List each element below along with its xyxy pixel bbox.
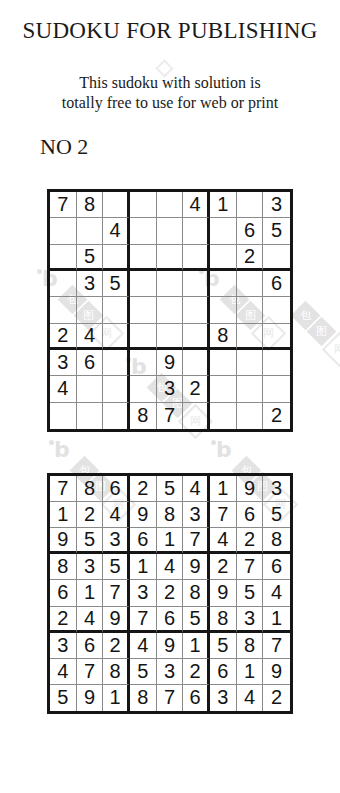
puzzle-cell-r3c9	[263, 245, 290, 271]
solution-cell-r5c7: 9	[210, 580, 237, 606]
puzzle-cell-r3c2: 5	[77, 245, 104, 271]
puzzle-cell-r9c6	[183, 403, 210, 429]
solution-cell-r2c5: 8	[157, 502, 184, 528]
puzzle-cell-r3c5	[157, 245, 184, 271]
puzzle-cell-r3c8: 2	[237, 245, 264, 271]
solution-cell-r5c1: 6	[50, 580, 77, 606]
solution-cell-r4c9: 6	[263, 554, 290, 580]
solution-cell-r8c1: 4	[50, 659, 77, 685]
puzzle-cell-r6c3	[103, 324, 130, 350]
watermark-tile-glyph: 网	[334, 342, 340, 357]
solution-cell-r4c3: 5	[103, 554, 130, 580]
puzzle-cell-r1c5	[157, 192, 184, 218]
solution-cell-r5c5: 2	[157, 580, 184, 606]
puzzle-cell-r8c8	[237, 376, 264, 402]
puzzle-cell-r1c4	[130, 192, 157, 218]
puzzle-cell-r5c2	[77, 297, 104, 323]
solution-cell-r7c8: 8	[237, 633, 264, 659]
puzzle-cell-r5c7	[210, 297, 237, 323]
solution-cell-r4c8: 7	[237, 554, 264, 580]
puzzle-cell-r8c2	[77, 376, 104, 402]
solution-cell-r3c9: 8	[263, 528, 290, 554]
puzzle-cell-r5c3	[103, 297, 130, 323]
solution-cell-r4c2: 3	[77, 554, 104, 580]
solution-cell-r1c2: 8	[77, 476, 104, 502]
puzzle-cell-r4c7	[210, 271, 237, 297]
page-title: SUDOKU FOR PUBLISHING	[0, 18, 340, 44]
solution-cell-r7c7: 5	[210, 633, 237, 659]
solution-cell-r3c6: 7	[183, 528, 210, 554]
puzzle-cell-r9c3	[103, 403, 130, 429]
solution-cell-r8c7: 6	[210, 659, 237, 685]
puzzle-cell-r6c6	[183, 324, 210, 350]
puzzle-cell-r6c8	[237, 324, 264, 350]
solution-cell-r6c7: 8	[210, 607, 237, 633]
puzzle-cell-r7c4	[130, 350, 157, 376]
puzzle-cell-r6c7: 8	[210, 324, 237, 350]
subtitle-line2: totally free to use for web or print	[62, 94, 278, 111]
puzzle-cell-r8c7	[210, 376, 237, 402]
solution-cell-r3c4: 6	[130, 528, 157, 554]
puzzle-cell-r7c9	[263, 350, 290, 376]
solution-cell-r8c4: 5	[130, 659, 157, 685]
puzzle-cell-r1c9: 3	[263, 192, 290, 218]
solution-cell-r4c4: 1	[130, 554, 157, 580]
puzzle-cell-r9c9: 2	[263, 403, 290, 429]
solution-cell-r4c6: 9	[183, 554, 210, 580]
puzzle-cell-r7c7	[210, 350, 237, 376]
puzzle-cell-r8c9	[263, 376, 290, 402]
puzzle-cell-r7c8	[237, 350, 264, 376]
solution-cell-r5c6: 8	[183, 580, 210, 606]
puzzle-cell-r4c4	[130, 271, 157, 297]
solution-cell-r2c8: 6	[237, 502, 264, 528]
puzzle-cell-r1c2: 8	[77, 192, 104, 218]
solution-cell-r8c8: 1	[237, 659, 264, 685]
solution-cell-r3c5: 1	[157, 528, 184, 554]
puzzle-cell-r9c5: 7	[157, 403, 184, 429]
puzzle-cell-r1c7: 1	[210, 192, 237, 218]
solution-cell-r7c6: 1	[183, 633, 210, 659]
solution-cell-r2c6: 3	[183, 502, 210, 528]
solution-cell-r8c2: 7	[77, 659, 104, 685]
puzzle-cell-r7c5: 9	[157, 350, 184, 376]
puzzle-cell-r4c8	[237, 271, 264, 297]
puzzle-cell-r2c9: 5	[263, 218, 290, 244]
solution-cell-r6c8: 3	[237, 607, 264, 633]
puzzle-cell-r8c5: 3	[157, 376, 184, 402]
puzzle-cell-r8c1: 4	[50, 376, 77, 402]
solution-cell-r7c5: 9	[157, 633, 184, 659]
solution-cell-r3c1: 9	[50, 528, 77, 554]
solution-cell-r1c5: 5	[157, 476, 184, 502]
solution-cell-r9c5: 7	[157, 685, 184, 711]
solution-cell-r2c3: 4	[103, 502, 130, 528]
puzzle-cell-r2c5	[157, 218, 184, 244]
puzzle-cell-r2c3: 4	[103, 218, 130, 244]
puzzle-cell-r4c5	[157, 271, 184, 297]
puzzle-cell-r7c1: 3	[50, 350, 77, 376]
solution-cell-r6c2: 4	[77, 607, 104, 633]
puzzle-cell-r3c4	[130, 245, 157, 271]
solution-cell-r9c6: 6	[183, 685, 210, 711]
solution-cell-r7c4: 4	[130, 633, 157, 659]
solution-cell-r1c6: 4	[183, 476, 210, 502]
solution-cell-r1c3: 6	[103, 476, 130, 502]
puzzle-cell-r7c6	[183, 350, 210, 376]
solution-cell-r1c1: 7	[50, 476, 77, 502]
watermark-tile-glyph: 包	[300, 308, 311, 323]
solution-cell-r5c3: 7	[103, 580, 130, 606]
solution-cell-r9c9: 2	[263, 685, 290, 711]
puzzle-cell-r5c4	[130, 297, 157, 323]
solution-cell-r6c3: 9	[103, 607, 130, 633]
puzzle-cell-r5c6	[183, 297, 210, 323]
solution-cell-r5c9: 4	[263, 580, 290, 606]
solution-cell-r5c2: 1	[77, 580, 104, 606]
puzzle-cell-r4c3: 5	[103, 271, 130, 297]
sudoku-page: b包图网b包图网b包图网包图网b包图网b包图网 SUDOKU FOR PUBLI…	[0, 0, 340, 793]
puzzle-cell-r1c6: 4	[183, 192, 210, 218]
puzzle-cell-r4c9: 6	[263, 271, 290, 297]
solution-cell-r6c9: 1	[263, 607, 290, 633]
solution-grid: 7862541931249837659536174288351492766173…	[47, 473, 293, 714]
puzzle-cell-r5c5	[157, 297, 184, 323]
puzzle-cell-r3c1	[50, 245, 77, 271]
solution-cell-r1c9: 3	[263, 476, 290, 502]
puzzle-cell-r4c6	[183, 271, 210, 297]
watermark-tile-glyph: 图	[316, 324, 327, 339]
solution-cell-r8c6: 2	[183, 659, 210, 685]
solution-cell-r9c7: 3	[210, 685, 237, 711]
solution-cell-r7c2: 6	[77, 633, 104, 659]
solution-cell-r3c2: 5	[77, 528, 104, 554]
puzzle-cell-r9c7	[210, 403, 237, 429]
solution-cell-r9c3: 1	[103, 685, 130, 711]
puzzle-cell-r9c1	[50, 403, 77, 429]
watermark-logo-icon: b	[216, 439, 232, 461]
solution-cell-r9c8: 4	[237, 685, 264, 711]
solution-cell-r4c7: 2	[210, 554, 237, 580]
puzzle-cell-r9c8	[237, 403, 264, 429]
solution-cell-r7c3: 2	[103, 633, 130, 659]
puzzle-number-label: NO 2	[40, 134, 88, 160]
solution-cell-r8c3: 8	[103, 659, 130, 685]
subtitle: This sudoku with solution istotally free…	[0, 73, 340, 113]
puzzle-cell-r2c1	[50, 218, 77, 244]
puzzle-cell-r4c2: 3	[77, 271, 104, 297]
solution-cell-r4c1: 8	[50, 554, 77, 580]
puzzle-cell-r5c1	[50, 297, 77, 323]
puzzle-cell-r6c5	[157, 324, 184, 350]
solution-cell-r8c5: 3	[157, 659, 184, 685]
puzzle-cell-r6c4	[130, 324, 157, 350]
solution-cell-r3c3: 3	[103, 528, 130, 554]
solution-cell-r2c9: 5	[263, 502, 290, 528]
puzzle-cell-r5c9	[263, 297, 290, 323]
solution-cell-r3c8: 2	[237, 528, 264, 554]
solution-cell-r9c4: 8	[130, 685, 157, 711]
solution-cell-r6c1: 2	[50, 607, 77, 633]
puzzle-cell-r9c4: 8	[130, 403, 157, 429]
solution-cell-r7c9: 7	[263, 633, 290, 659]
puzzle-cell-r6c1: 2	[50, 324, 77, 350]
puzzle-cell-r3c7	[210, 245, 237, 271]
solution-cell-r8c9: 9	[263, 659, 290, 685]
puzzle-cell-r6c2: 4	[77, 324, 104, 350]
solution-cell-r4c5: 4	[157, 554, 184, 580]
puzzle-cell-r2c6	[183, 218, 210, 244]
puzzle-cell-r1c8	[237, 192, 264, 218]
puzzle-cell-r7c2: 6	[77, 350, 104, 376]
puzzle-grid: 7841346552356248369432872	[47, 189, 293, 432]
solution-cell-r5c4: 3	[130, 580, 157, 606]
subtitle-line1: This sudoku with solution is	[79, 74, 260, 91]
solution-cell-r2c4: 9	[130, 502, 157, 528]
solution-cell-r6c6: 5	[183, 607, 210, 633]
puzzle-cell-r3c6	[183, 245, 210, 271]
puzzle-cell-r1c1: 7	[50, 192, 77, 218]
solution-cell-r1c8: 9	[237, 476, 264, 502]
watermark-logo-icon: b	[54, 439, 70, 461]
solution-cell-r3c7: 4	[210, 528, 237, 554]
solution-cell-r6c4: 7	[130, 607, 157, 633]
puzzle-cell-r7c3	[103, 350, 130, 376]
puzzle-cell-r9c2	[77, 403, 104, 429]
puzzle-cell-r2c4	[130, 218, 157, 244]
puzzle-cell-r2c2	[77, 218, 104, 244]
solution-cell-r2c2: 2	[77, 502, 104, 528]
solution-cell-r6c5: 6	[157, 607, 184, 633]
puzzle-cell-r8c6: 2	[183, 376, 210, 402]
solution-cell-r9c2: 9	[77, 685, 104, 711]
puzzle-cell-r4c1	[50, 271, 77, 297]
solution-cell-r1c4: 2	[130, 476, 157, 502]
puzzle-cell-r3c3	[103, 245, 130, 271]
puzzle-cell-r2c8: 6	[237, 218, 264, 244]
puzzle-cell-r6c9	[263, 324, 290, 350]
solution-cell-r5c8: 5	[237, 580, 264, 606]
puzzle-cell-r5c8	[237, 297, 264, 323]
puzzle-cell-r8c4	[130, 376, 157, 402]
solution-cell-r7c1: 3	[50, 633, 77, 659]
solution-cell-r9c1: 5	[50, 685, 77, 711]
solution-cell-r1c7: 1	[210, 476, 237, 502]
puzzle-cell-r2c7	[210, 218, 237, 244]
solution-cell-r2c1: 1	[50, 502, 77, 528]
puzzle-cell-r8c3	[103, 376, 130, 402]
puzzle-cell-r1c3	[103, 192, 130, 218]
solution-cell-r2c7: 7	[210, 502, 237, 528]
